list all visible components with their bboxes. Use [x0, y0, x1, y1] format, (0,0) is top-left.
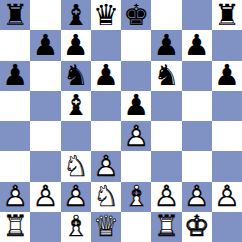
square-d4[interactable]	[91, 121, 121, 151]
square-c4[interactable]	[61, 121, 91, 151]
square-b8[interactable]	[30, 0, 60, 30]
white-knight[interactable]: ♞	[61, 151, 91, 181]
square-h1[interactable]	[212, 212, 242, 242]
black-king[interactable]: ♚	[121, 0, 151, 30]
white-pawn[interactable]: ♟	[0, 182, 30, 212]
white-knight[interactable]: ♞	[91, 182, 121, 212]
square-d3[interactable]: ♟	[91, 151, 121, 181]
square-d5[interactable]	[91, 91, 121, 121]
white-rook[interactable]: ♜	[0, 212, 30, 242]
square-d6[interactable]: ♟	[91, 61, 121, 91]
square-e7[interactable]	[121, 30, 151, 60]
square-e8[interactable]: ♚	[121, 0, 151, 30]
white-queen[interactable]: ♛	[91, 212, 121, 242]
square-g5[interactable]	[182, 91, 212, 121]
square-g3[interactable]	[182, 151, 212, 181]
black-knight[interactable]: ♞	[61, 61, 91, 91]
chess-board: ♜♝♛♚♜♟♟♟♟♟♞♟♞♟♝♟♟♞♟♟♟♟♞♝♟♟♟♜♝♛♜♚	[0, 0, 242, 242]
square-f5[interactable]	[151, 91, 181, 121]
square-a5[interactable]	[0, 91, 30, 121]
white-king[interactable]: ♚	[182, 212, 212, 242]
square-b7[interactable]: ♟	[30, 30, 60, 60]
square-d1[interactable]: ♛	[91, 212, 121, 242]
black-pawn[interactable]: ♟	[91, 61, 121, 91]
square-e1[interactable]	[121, 212, 151, 242]
square-g2[interactable]: ♟	[182, 182, 212, 212]
square-f4[interactable]	[151, 121, 181, 151]
square-e3[interactable]	[121, 151, 151, 181]
black-pawn[interactable]: ♟	[0, 61, 30, 91]
square-g7[interactable]: ♟	[182, 30, 212, 60]
black-rook[interactable]: ♜	[0, 0, 30, 30]
square-c5[interactable]: ♝	[61, 91, 91, 121]
square-e4[interactable]: ♟	[121, 121, 151, 151]
square-h6[interactable]: ♟	[212, 61, 242, 91]
square-a1[interactable]: ♜	[0, 212, 30, 242]
white-pawn[interactable]: ♟	[30, 182, 60, 212]
black-pawn[interactable]: ♟	[151, 30, 181, 60]
square-e5[interactable]: ♟	[121, 91, 151, 121]
black-pawn[interactable]: ♟	[30, 30, 60, 60]
black-pawn[interactable]: ♟	[121, 91, 151, 121]
square-b6[interactable]	[30, 61, 60, 91]
square-c6[interactable]: ♞	[61, 61, 91, 91]
square-c7[interactable]: ♟	[61, 30, 91, 60]
square-h8[interactable]: ♜	[212, 0, 242, 30]
square-f8[interactable]	[151, 0, 181, 30]
square-c1[interactable]: ♝	[61, 212, 91, 242]
square-a2[interactable]: ♟	[0, 182, 30, 212]
black-pawn[interactable]: ♟	[212, 61, 242, 91]
black-pawn[interactable]: ♟	[182, 30, 212, 60]
black-queen[interactable]: ♛	[91, 0, 121, 30]
square-d2[interactable]: ♞	[91, 182, 121, 212]
square-b4[interactable]	[30, 121, 60, 151]
white-pawn[interactable]: ♟	[151, 182, 181, 212]
square-g1[interactable]: ♚	[182, 212, 212, 242]
white-pawn[interactable]: ♟	[212, 182, 242, 212]
square-a4[interactable]	[0, 121, 30, 151]
square-h3[interactable]	[212, 151, 242, 181]
white-pawn[interactable]: ♟	[61, 182, 91, 212]
square-c3[interactable]: ♞	[61, 151, 91, 181]
white-bishop[interactable]: ♝	[121, 182, 151, 212]
square-b5[interactable]	[30, 91, 60, 121]
white-bishop[interactable]: ♝	[61, 212, 91, 242]
square-h4[interactable]	[212, 121, 242, 151]
square-g8[interactable]	[182, 0, 212, 30]
square-b1[interactable]	[30, 212, 60, 242]
square-a8[interactable]: ♜	[0, 0, 30, 30]
white-rook[interactable]: ♜	[151, 212, 181, 242]
square-g6[interactable]	[182, 61, 212, 91]
white-pawn[interactable]: ♟	[91, 151, 121, 181]
square-h2[interactable]: ♟	[212, 182, 242, 212]
black-rook[interactable]: ♜	[212, 0, 242, 30]
square-c8[interactable]: ♝	[61, 0, 91, 30]
square-d7[interactable]	[91, 30, 121, 60]
white-pawn[interactable]: ♟	[121, 121, 151, 151]
square-b3[interactable]	[30, 151, 60, 181]
square-f7[interactable]: ♟	[151, 30, 181, 60]
square-a7[interactable]	[0, 30, 30, 60]
black-knight[interactable]: ♞	[151, 61, 181, 91]
square-c2[interactable]: ♟	[61, 182, 91, 212]
square-f1[interactable]: ♜	[151, 212, 181, 242]
black-bishop[interactable]: ♝	[61, 0, 91, 30]
square-e2[interactable]: ♝	[121, 182, 151, 212]
square-f3[interactable]	[151, 151, 181, 181]
square-g4[interactable]	[182, 121, 212, 151]
square-b2[interactable]: ♟	[30, 182, 60, 212]
square-d8[interactable]: ♛	[91, 0, 121, 30]
square-a3[interactable]	[0, 151, 30, 181]
square-h7[interactable]	[212, 30, 242, 60]
black-bishop[interactable]: ♝	[61, 91, 91, 121]
white-pawn[interactable]: ♟	[182, 182, 212, 212]
square-f2[interactable]: ♟	[151, 182, 181, 212]
square-f6[interactable]: ♞	[151, 61, 181, 91]
square-e6[interactable]	[121, 61, 151, 91]
black-pawn[interactable]: ♟	[61, 30, 91, 60]
square-h5[interactable]	[212, 91, 242, 121]
square-a6[interactable]: ♟	[0, 61, 30, 91]
